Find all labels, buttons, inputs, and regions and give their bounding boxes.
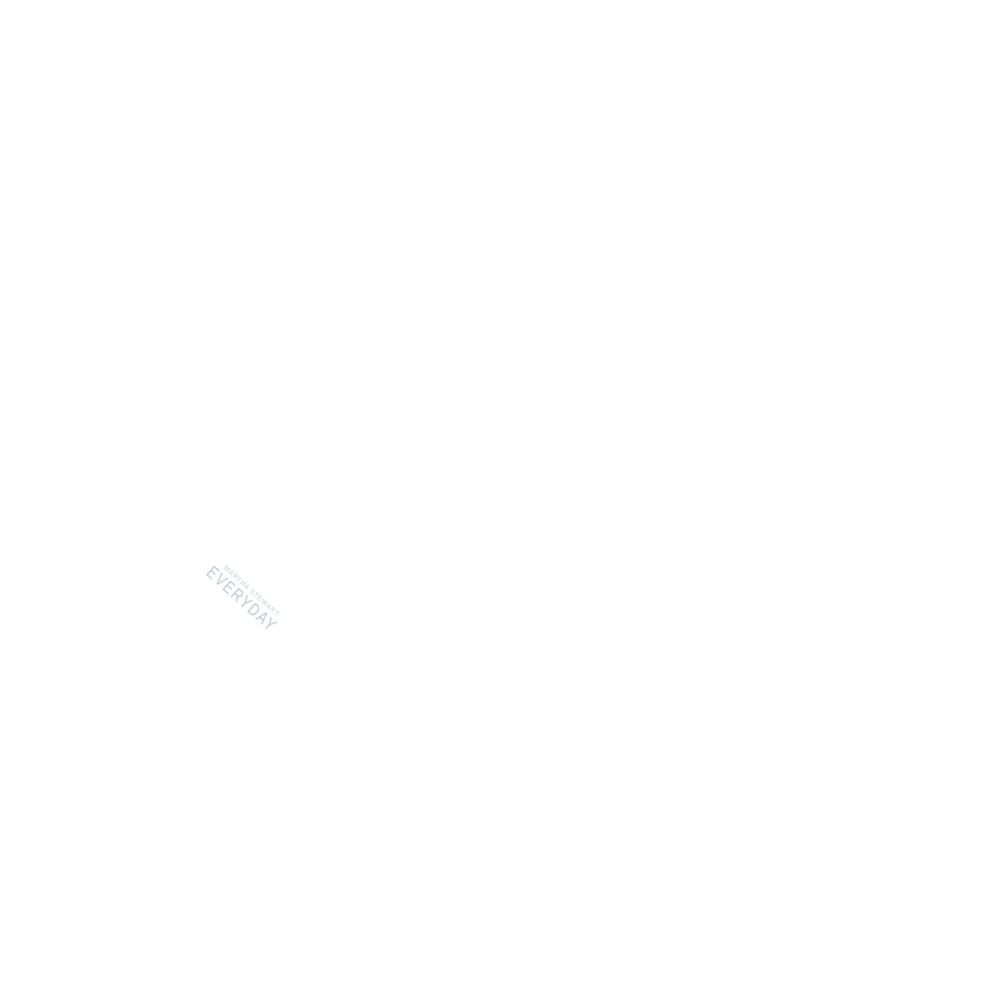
embossed-brand-text: MARTHA STEWART EVERYDAY — [203, 558, 285, 635]
product-photo: MARTHA STEWART EVERYDAY — [0, 0, 1000, 1000]
brand-line-large: EVERYDAY — [203, 564, 280, 636]
muffin-pan-scene: MARTHA STEWART EVERYDAY — [0, 0, 1000, 1000]
